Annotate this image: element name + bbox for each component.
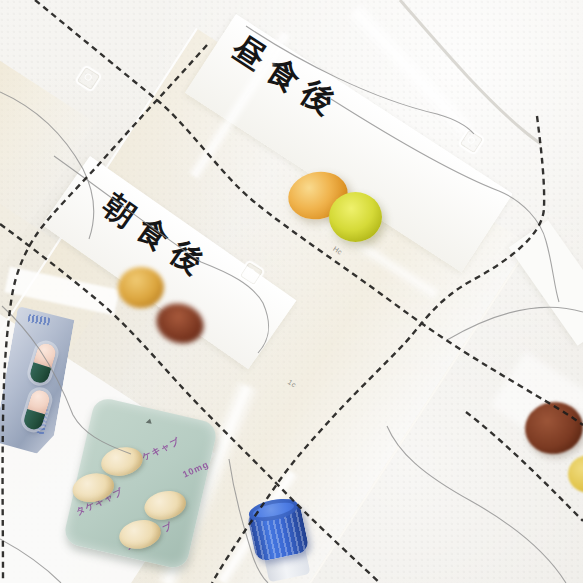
emboss-jis-mark-icon: [74, 64, 103, 93]
emboss-jis-mark-icon: [457, 127, 486, 156]
green-pack-dose-text: 10mg: [181, 459, 210, 480]
green-pack-arrow: ◄: [142, 415, 154, 427]
vinyl-band-edge: [400, 0, 541, 144]
green-pack-tablet: [117, 516, 164, 552]
pill-right-maroon: [522, 398, 583, 458]
pill-lunch-yellow-green: [329, 192, 382, 242]
capsule-green-pink: [28, 341, 58, 385]
pill-breakfast-orange: [118, 267, 164, 308]
blister-blue-print: [27, 314, 50, 326]
green-pack-tablet: [142, 487, 189, 523]
pill-right-yellow: [568, 455, 583, 493]
label-paper-right-blank: [509, 220, 583, 346]
photo-background: 昼食後 朝食後 Hc 1c ◄ タケキャブ 10mg タケキャブ タケキャブ: [0, 0, 583, 583]
